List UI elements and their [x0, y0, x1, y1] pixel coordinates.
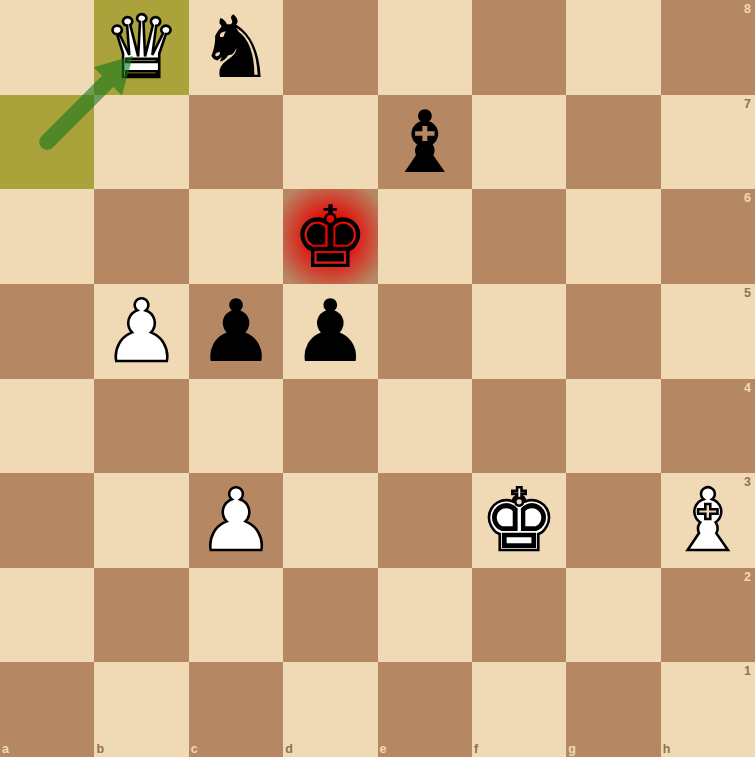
- piece-black-king[interactable]: ♚: [292, 190, 369, 284]
- square-e7[interactable]: ♝: [378, 95, 472, 190]
- square-d3[interactable]: [283, 473, 377, 568]
- file-label-e: e: [380, 743, 387, 756]
- square-f7[interactable]: [472, 95, 566, 190]
- square-d2[interactable]: [283, 568, 377, 663]
- square-g1[interactable]: g: [566, 662, 660, 757]
- square-f2[interactable]: [472, 568, 566, 663]
- square-f1[interactable]: f: [472, 662, 566, 757]
- square-a4[interactable]: [0, 379, 94, 474]
- square-b1[interactable]: b: [94, 662, 188, 757]
- piece-black-pawn[interactable]: ♟: [292, 284, 369, 378]
- square-c1[interactable]: c: [189, 662, 283, 757]
- file-label-f: f: [474, 743, 478, 756]
- file-label-b: b: [96, 743, 104, 756]
- piece-white-pawn[interactable]: ♟: [103, 284, 180, 378]
- square-e8[interactable]: [378, 0, 472, 95]
- square-b8[interactable]: ♛: [94, 0, 188, 95]
- last-move-highlight: [0, 95, 94, 190]
- piece-black-bishop[interactable]: ♝: [386, 95, 463, 189]
- square-d5[interactable]: ♟: [283, 284, 377, 379]
- square-b5[interactable]: ♟: [94, 284, 188, 379]
- rank-label-5: 5: [744, 287, 751, 300]
- square-e6[interactable]: [378, 189, 472, 284]
- square-g8[interactable]: [566, 0, 660, 95]
- square-c2[interactable]: [189, 568, 283, 663]
- square-c3[interactable]: ♟: [189, 473, 283, 568]
- square-h4[interactable]: 4: [661, 379, 755, 474]
- chess-board: ♛♞8♝7♚6♟♟♟54♟♚♝32abcdefgh1: [0, 0, 755, 757]
- rank-label-8: 8: [744, 3, 751, 16]
- rank-label-6: 6: [744, 192, 751, 205]
- square-a1[interactable]: a: [0, 662, 94, 757]
- square-h1[interactable]: h1: [661, 662, 755, 757]
- square-c4[interactable]: [189, 379, 283, 474]
- square-h8[interactable]: 8: [661, 0, 755, 95]
- square-e5[interactable]: [378, 284, 472, 379]
- square-h7[interactable]: 7: [661, 95, 755, 190]
- square-c8[interactable]: ♞: [189, 0, 283, 95]
- square-g2[interactable]: [566, 568, 660, 663]
- square-e4[interactable]: [378, 379, 472, 474]
- square-c5[interactable]: ♟: [189, 284, 283, 379]
- square-f8[interactable]: [472, 0, 566, 95]
- piece-black-knight[interactable]: ♞: [197, 0, 274, 94]
- file-label-a: a: [2, 743, 9, 756]
- piece-white-bishop[interactable]: ♝: [669, 473, 746, 567]
- square-a6[interactable]: [0, 189, 94, 284]
- file-label-d: d: [285, 743, 293, 756]
- rank-label-4: 4: [744, 382, 751, 395]
- square-b7[interactable]: [94, 95, 188, 190]
- square-a5[interactable]: [0, 284, 94, 379]
- square-h6[interactable]: 6: [661, 189, 755, 284]
- square-e1[interactable]: e: [378, 662, 472, 757]
- square-c6[interactable]: [189, 189, 283, 284]
- piece-white-pawn[interactable]: ♟: [197, 473, 274, 567]
- square-a8[interactable]: [0, 0, 94, 95]
- square-g7[interactable]: [566, 95, 660, 190]
- square-g6[interactable]: [566, 189, 660, 284]
- square-d8[interactable]: [283, 0, 377, 95]
- square-b2[interactable]: [94, 568, 188, 663]
- file-label-c: c: [191, 743, 198, 756]
- square-f5[interactable]: [472, 284, 566, 379]
- square-a7[interactable]: [0, 95, 94, 190]
- file-label-g: g: [568, 743, 576, 756]
- square-g3[interactable]: [566, 473, 660, 568]
- square-d7[interactable]: [283, 95, 377, 190]
- rank-label-7: 7: [744, 98, 751, 111]
- square-a2[interactable]: [0, 568, 94, 663]
- square-b6[interactable]: [94, 189, 188, 284]
- rank-label-1: 1: [744, 665, 751, 678]
- square-g5[interactable]: [566, 284, 660, 379]
- square-d4[interactable]: [283, 379, 377, 474]
- piece-white-king[interactable]: ♚: [481, 473, 558, 567]
- square-f3[interactable]: ♚: [472, 473, 566, 568]
- piece-black-pawn[interactable]: ♟: [197, 284, 274, 378]
- square-h3[interactable]: ♝3: [661, 473, 755, 568]
- file-label-h: h: [663, 743, 671, 756]
- square-f6[interactable]: [472, 189, 566, 284]
- square-h2[interactable]: 2: [661, 568, 755, 663]
- square-g4[interactable]: [566, 379, 660, 474]
- square-a3[interactable]: [0, 473, 94, 568]
- square-f4[interactable]: [472, 379, 566, 474]
- piece-white-queen[interactable]: ♛: [103, 0, 180, 94]
- rank-label-2: 2: [744, 571, 751, 584]
- square-d6[interactable]: ♚: [283, 189, 377, 284]
- square-d1[interactable]: d: [283, 662, 377, 757]
- square-e2[interactable]: [378, 568, 472, 663]
- square-h5[interactable]: 5: [661, 284, 755, 379]
- square-b3[interactable]: [94, 473, 188, 568]
- square-b4[interactable]: [94, 379, 188, 474]
- square-e3[interactable]: [378, 473, 472, 568]
- square-c7[interactable]: [189, 95, 283, 190]
